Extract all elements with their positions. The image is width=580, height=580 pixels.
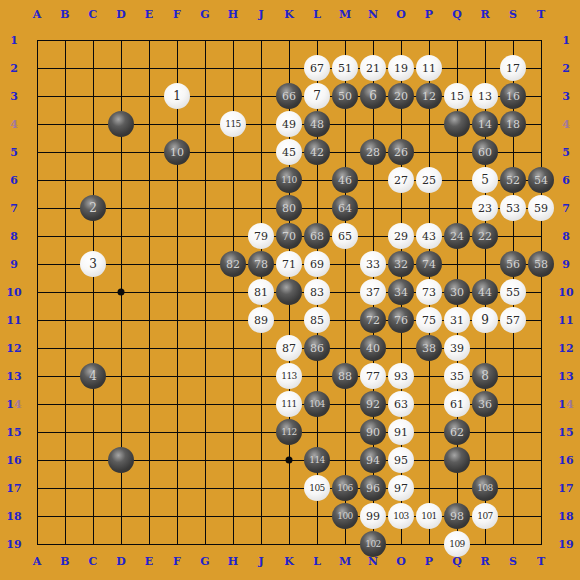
stone-white-K4[interactable]: 49 [276, 111, 302, 137]
move-number: 23 [478, 202, 492, 215]
row-label-right-3: 3 [562, 91, 570, 102]
stone-white-C9[interactable]: 3 [80, 251, 106, 277]
stone-black-K10[interactable] [276, 279, 302, 305]
stone-white-K12[interactable]: 87 [276, 335, 302, 361]
stone-black-O9[interactable]: 32 [388, 251, 414, 277]
stone-white-P11[interactable]: 75 [416, 307, 442, 333]
stone-black-M13[interactable]: 88 [332, 363, 358, 389]
stone-white-O8[interactable]: 29 [388, 223, 414, 249]
row-label-right-15: 15 [558, 427, 573, 438]
move-number: 72 [366, 314, 380, 327]
move-number: 87 [282, 342, 296, 355]
move-number: 18 [506, 118, 520, 131]
stone-black-N3[interactable]: 6 [360, 83, 386, 109]
move-number: 50 [338, 90, 352, 103]
move-number: 28 [366, 146, 380, 159]
move-number: 90 [366, 426, 380, 439]
move-number: 12 [422, 90, 436, 103]
row-label-left-19: 19 [6, 539, 21, 550]
move-number: 115 [225, 119, 241, 129]
stone-black-M18[interactable]: 100 [332, 503, 358, 529]
move-number: 83 [310, 286, 324, 299]
stone-white-R6[interactable]: 5 [472, 167, 498, 193]
stone-black-K7[interactable]: 80 [276, 195, 302, 221]
row-label-right-10: 10 [558, 287, 573, 298]
move-number: 69 [310, 258, 324, 271]
stone-black-R4[interactable]: 14 [472, 111, 498, 137]
move-number: 8 [481, 369, 489, 383]
stone-black-L14[interactable]: 104 [304, 391, 330, 417]
stone-black-L12[interactable]: 86 [304, 335, 330, 361]
row-label-right-6: 6 [562, 175, 570, 186]
column-label-top-J: J [258, 9, 263, 20]
column-label-top-C: C [89, 9, 98, 20]
move-number: 57 [506, 314, 520, 327]
move-number: 66 [282, 90, 296, 103]
row-label-right-7: 7 [562, 203, 570, 214]
move-number: 5 [481, 173, 489, 187]
stone-black-L4[interactable]: 48 [304, 111, 330, 137]
column-label-bottom-F: F [173, 556, 181, 567]
move-number: 80 [282, 202, 296, 215]
column-label-bottom-K: K [284, 556, 294, 567]
move-number: 107 [477, 511, 493, 521]
move-number: 13 [478, 90, 492, 103]
column-label-bottom-T: T [537, 556, 545, 567]
stone-black-N5[interactable]: 28 [360, 139, 386, 165]
move-number: 59 [534, 202, 548, 215]
stone-white-R11[interactable]: 9 [472, 307, 498, 333]
move-number: 42 [310, 146, 324, 159]
stone-black-N17[interactable]: 96 [360, 475, 386, 501]
stone-black-K6[interactable]: 110 [276, 167, 302, 193]
move-number: 74 [422, 258, 436, 271]
column-label-bottom-H: H [228, 556, 238, 567]
column-label-top-K: K [284, 9, 294, 20]
column-label-top-L: L [313, 9, 321, 20]
column-label-bottom-L: L [313, 556, 321, 567]
move-number: 7 [313, 89, 321, 103]
column-label-bottom-N: N [368, 556, 378, 567]
stone-white-R7[interactable]: 23 [472, 195, 498, 221]
stone-white-O18[interactable]: 103 [388, 503, 414, 529]
column-label-top-T: T [537, 9, 545, 20]
move-number: 51 [338, 62, 352, 75]
column-label-bottom-A: A [33, 556, 42, 567]
row-label-left-12: 12 [6, 343, 21, 354]
row-label-left-14: 14 [6, 399, 21, 410]
move-number: 2 [89, 201, 97, 215]
move-number: 4 [89, 369, 97, 383]
stone-black-N11[interactable]: 72 [360, 307, 386, 333]
row-label-left-8: 8 [10, 231, 18, 242]
stone-black-R5[interactable]: 60 [472, 139, 498, 165]
move-number: 82 [226, 258, 240, 271]
stone-black-N14[interactable]: 92 [360, 391, 386, 417]
move-number: 15 [450, 90, 464, 103]
stone-black-M17[interactable]: 106 [332, 475, 358, 501]
move-number: 94 [366, 454, 380, 467]
row-label-left-18: 18 [6, 511, 21, 522]
stone-black-O3[interactable]: 20 [388, 83, 414, 109]
move-number: 113 [281, 371, 297, 381]
stone-black-C7[interactable]: 2 [80, 195, 106, 221]
stone-white-Q19[interactable]: 109 [444, 531, 470, 557]
move-number: 64 [338, 202, 352, 215]
stone-black-S9[interactable]: 56 [500, 251, 526, 277]
row-label-right-18: 18 [558, 511, 573, 522]
column-label-top-B: B [60, 9, 69, 20]
stone-white-N9[interactable]: 33 [360, 251, 386, 277]
move-number: 105 [309, 483, 325, 493]
move-number: 29 [394, 230, 408, 243]
stone-white-N13[interactable]: 77 [360, 363, 386, 389]
move-number: 98 [450, 510, 464, 523]
stone-white-S7[interactable]: 53 [500, 195, 526, 221]
stone-white-L3[interactable]: 7 [304, 83, 330, 109]
stone-black-P12[interactable]: 38 [416, 335, 442, 361]
stone-white-N2[interactable]: 21 [360, 55, 386, 81]
stone-black-S6[interactable]: 52 [500, 167, 526, 193]
row-label-right-16: 16 [558, 455, 573, 466]
move-number: 96 [366, 482, 380, 495]
move-number: 106 [337, 483, 353, 493]
move-number: 45 [282, 146, 296, 159]
row-label-left-16: 16 [6, 455, 21, 466]
move-number: 62 [450, 426, 464, 439]
move-number: 26 [394, 146, 408, 159]
stone-white-L10[interactable]: 83 [304, 279, 330, 305]
stone-black-R17[interactable]: 108 [472, 475, 498, 501]
stone-black-C13[interactable]: 4 [80, 363, 106, 389]
stone-white-Q11[interactable]: 31 [444, 307, 470, 333]
row-label-left-9: 9 [10, 259, 18, 270]
row-label-left-3: 3 [10, 91, 18, 102]
stone-white-S2[interactable]: 17 [500, 55, 526, 81]
stone-white-Q3[interactable]: 15 [444, 83, 470, 109]
stone-black-T9[interactable]: 58 [528, 251, 554, 277]
move-number: 9 [481, 313, 489, 327]
stone-black-N19[interactable]: 102 [360, 531, 386, 557]
column-label-bottom-C: C [89, 556, 98, 567]
column-label-bottom-O: O [396, 556, 406, 567]
stone-white-H4[interactable]: 115 [220, 111, 246, 137]
row-label-right-17: 17 [558, 483, 573, 494]
column-label-bottom-M: M [339, 556, 351, 567]
move-number: 19 [394, 62, 408, 75]
stone-white-Q12[interactable]: 39 [444, 335, 470, 361]
row-label-right-1: 1 [562, 35, 570, 46]
move-number: 92 [366, 398, 380, 411]
stone-white-N18[interactable]: 99 [360, 503, 386, 529]
star-point-K16 [286, 457, 293, 464]
stone-black-Q18[interactable]: 98 [444, 503, 470, 529]
row-label-right-9: 9 [562, 259, 570, 270]
move-number: 27 [394, 174, 408, 187]
column-label-bottom-Q: Q [452, 556, 462, 567]
move-number: 55 [506, 286, 520, 299]
stone-black-Q10[interactable]: 30 [444, 279, 470, 305]
stone-black-P9[interactable]: 74 [416, 251, 442, 277]
stone-black-R10[interactable]: 44 [472, 279, 498, 305]
move-number: 49 [282, 118, 296, 131]
column-label-bottom-J: J [258, 556, 263, 567]
stone-white-O14[interactable]: 63 [388, 391, 414, 417]
column-label-top-A: A [33, 9, 42, 20]
move-number: 14 [478, 118, 492, 131]
stone-white-O16[interactable]: 95 [388, 447, 414, 473]
stone-white-P2[interactable]: 11 [416, 55, 442, 81]
stone-black-L8[interactable]: 68 [304, 223, 330, 249]
stone-white-S11[interactable]: 57 [500, 307, 526, 333]
move-number: 109 [449, 539, 465, 549]
row-label-right-14: 14 [558, 399, 573, 410]
stone-white-Q13[interactable]: 35 [444, 363, 470, 389]
move-number: 65 [338, 230, 352, 243]
stone-black-K15[interactable]: 112 [276, 419, 302, 445]
move-number: 63 [394, 398, 408, 411]
stone-white-J10[interactable]: 81 [248, 279, 274, 305]
move-number: 34 [394, 286, 408, 299]
row-label-left-10: 10 [6, 287, 21, 298]
star-point-D10 [118, 289, 125, 296]
column-label-top-D: D [116, 9, 126, 20]
move-number: 30 [450, 286, 464, 299]
stone-white-K13[interactable]: 113 [276, 363, 302, 389]
stone-black-T6[interactable]: 54 [528, 167, 554, 193]
move-number: 91 [394, 426, 408, 439]
move-number: 95 [394, 454, 408, 467]
move-number: 25 [422, 174, 436, 187]
column-label-top-R: R [480, 9, 489, 20]
stone-black-R8[interactable]: 22 [472, 223, 498, 249]
row-label-right-4: 4 [562, 119, 570, 130]
row-label-right-2: 2 [562, 63, 570, 74]
move-number: 58 [534, 258, 548, 271]
move-number: 17 [506, 62, 520, 75]
stone-white-N10[interactable]: 37 [360, 279, 386, 305]
move-number: 71 [282, 258, 296, 271]
row-label-right-13: 13 [558, 371, 573, 382]
row-label-right-5: 5 [562, 147, 570, 158]
move-number: 112 [281, 427, 297, 437]
move-number: 3 [89, 257, 97, 271]
move-number: 110 [281, 175, 297, 185]
move-number: 31 [450, 314, 464, 327]
column-label-bottom-S: S [509, 556, 517, 567]
move-number: 89 [254, 314, 268, 327]
stone-black-O5[interactable]: 26 [388, 139, 414, 165]
move-number: 37 [366, 286, 380, 299]
row-label-left-7: 7 [10, 203, 18, 214]
move-number: 86 [310, 342, 324, 355]
move-number: 114 [309, 455, 325, 465]
stone-black-D4[interactable] [108, 111, 134, 137]
column-label-top-F: F [173, 9, 181, 20]
move-number: 6 [369, 89, 377, 103]
move-number: 108 [477, 483, 493, 493]
stone-white-K14[interactable]: 111 [276, 391, 302, 417]
stone-black-L16[interactable]: 114 [304, 447, 330, 473]
stone-white-S10[interactable]: 55 [500, 279, 526, 305]
column-label-top-O: O [396, 9, 406, 20]
stone-black-M7[interactable]: 64 [332, 195, 358, 221]
stone-white-R3[interactable]: 13 [472, 83, 498, 109]
stone-black-N15[interactable]: 90 [360, 419, 386, 445]
row-label-left-2: 2 [10, 63, 18, 74]
move-number: 111 [281, 399, 297, 409]
move-number: 21 [366, 62, 380, 75]
row-label-left-6: 6 [10, 175, 18, 186]
row-label-right-11: 11 [558, 315, 573, 326]
stone-white-O17[interactable]: 97 [388, 475, 414, 501]
move-number: 40 [366, 342, 380, 355]
stone-white-O6[interactable]: 27 [388, 167, 414, 193]
row-label-right-12: 12 [558, 343, 573, 354]
column-label-top-Q: Q [452, 9, 462, 20]
column-label-bottom-G: G [200, 556, 209, 567]
stone-white-M2[interactable]: 51 [332, 55, 358, 81]
move-number: 101 [421, 511, 437, 521]
row-label-left-4: 4 [10, 119, 18, 130]
go-board[interactable]: AABBCCDDEEFFGGHHJJKKLLMMNNOOPPQQRRSSTT11… [0, 0, 580, 580]
stone-black-O11[interactable]: 76 [388, 307, 414, 333]
stone-white-K9[interactable]: 71 [276, 251, 302, 277]
move-number: 70 [282, 230, 296, 243]
stone-black-L5[interactable]: 42 [304, 139, 330, 165]
stone-white-P8[interactable]: 43 [416, 223, 442, 249]
move-number: 60 [478, 146, 492, 159]
move-number: 77 [366, 370, 380, 383]
stone-black-D16[interactable] [108, 447, 134, 473]
move-number: 61 [450, 398, 464, 411]
move-number: 103 [393, 511, 409, 521]
move-number: 81 [254, 286, 268, 299]
move-number: 38 [422, 342, 436, 355]
stone-black-M3[interactable]: 50 [332, 83, 358, 109]
move-number: 53 [506, 202, 520, 215]
stone-black-J9[interactable]: 78 [248, 251, 274, 277]
stone-black-Q16[interactable] [444, 447, 470, 473]
stone-white-T7[interactable]: 59 [528, 195, 554, 221]
move-number: 102 [365, 539, 381, 549]
move-number: 20 [394, 90, 408, 103]
move-number: 48 [310, 118, 324, 131]
column-label-top-P: P [425, 9, 433, 20]
stone-black-K8[interactable]: 70 [276, 223, 302, 249]
move-number: 10 [170, 146, 184, 159]
move-number: 43 [422, 230, 436, 243]
stone-white-Q14[interactable]: 61 [444, 391, 470, 417]
stone-white-P18[interactable]: 101 [416, 503, 442, 529]
move-number: 35 [450, 370, 464, 383]
column-label-top-S: S [509, 9, 517, 20]
stone-black-R14[interactable]: 36 [472, 391, 498, 417]
stone-black-R13[interactable]: 8 [472, 363, 498, 389]
move-number: 24 [450, 230, 464, 243]
move-number: 1 [173, 89, 181, 103]
column-label-top-G: G [200, 9, 209, 20]
stone-black-H9[interactable]: 82 [220, 251, 246, 277]
stone-white-L17[interactable]: 105 [304, 475, 330, 501]
stone-white-P6[interactable]: 25 [416, 167, 442, 193]
move-number: 68 [310, 230, 324, 243]
row-label-left-11: 11 [6, 315, 21, 326]
row-label-left-13: 13 [6, 371, 21, 382]
row-label-right-19: 19 [558, 539, 573, 550]
stone-white-L11[interactable]: 85 [304, 307, 330, 333]
row-label-left-5: 5 [10, 147, 18, 158]
column-label-top-H: H [228, 9, 238, 20]
stone-black-K3[interactable]: 66 [276, 83, 302, 109]
row-label-right-8: 8 [562, 231, 570, 242]
row-label-left-15: 15 [6, 427, 21, 438]
column-label-top-M: M [339, 9, 351, 20]
stone-white-O13[interactable]: 93 [388, 363, 414, 389]
stone-black-S4[interactable]: 18 [500, 111, 526, 137]
stone-white-J11[interactable]: 89 [248, 307, 274, 333]
row-label-left-17: 17 [6, 483, 21, 494]
stone-white-O2[interactable]: 19 [388, 55, 414, 81]
move-number: 78 [254, 258, 268, 271]
column-label-bottom-E: E [145, 556, 153, 567]
move-number: 97 [394, 482, 408, 495]
stone-black-Q8[interactable]: 24 [444, 223, 470, 249]
stone-black-N16[interactable]: 94 [360, 447, 386, 473]
move-number: 104 [309, 399, 325, 409]
column-label-bottom-R: R [480, 556, 489, 567]
stone-black-S3[interactable]: 16 [500, 83, 526, 109]
move-number: 11 [422, 62, 436, 75]
stone-white-O15[interactable]: 91 [388, 419, 414, 445]
stone-white-L9[interactable]: 69 [304, 251, 330, 277]
stone-black-Q15[interactable]: 62 [444, 419, 470, 445]
stone-white-M8[interactable]: 65 [332, 223, 358, 249]
move-number: 99 [366, 510, 380, 523]
stone-black-N12[interactable]: 40 [360, 335, 386, 361]
move-number: 79 [254, 230, 268, 243]
row-label-left-1: 1 [10, 35, 18, 46]
stone-black-O10[interactable]: 34 [388, 279, 414, 305]
move-number: 52 [506, 174, 520, 187]
column-label-bottom-B: B [60, 556, 69, 567]
column-label-bottom-P: P [425, 556, 433, 567]
stone-black-Q4[interactable] [444, 111, 470, 137]
stone-white-L2[interactable]: 67 [304, 55, 330, 81]
stone-white-P10[interactable]: 73 [416, 279, 442, 305]
move-number: 36 [478, 398, 492, 411]
move-number: 22 [478, 230, 492, 243]
move-number: 33 [366, 258, 380, 271]
move-number: 46 [338, 174, 352, 187]
stone-white-R18[interactable]: 107 [472, 503, 498, 529]
move-number: 73 [422, 286, 436, 299]
column-label-top-E: E [145, 9, 153, 20]
stone-black-F5[interactable]: 10 [164, 139, 190, 165]
move-number: 75 [422, 314, 436, 327]
move-number: 93 [394, 370, 408, 383]
move-number: 16 [506, 90, 520, 103]
stone-black-M6[interactable]: 46 [332, 167, 358, 193]
move-number: 100 [337, 511, 353, 521]
stone-white-F3[interactable]: 1 [164, 83, 190, 109]
stone-white-J8[interactable]: 79 [248, 223, 274, 249]
stone-black-P3[interactable]: 12 [416, 83, 442, 109]
stone-white-K5[interactable]: 45 [276, 139, 302, 165]
move-number: 76 [394, 314, 408, 327]
move-number: 85 [310, 314, 324, 327]
column-label-top-N: N [368, 9, 378, 20]
